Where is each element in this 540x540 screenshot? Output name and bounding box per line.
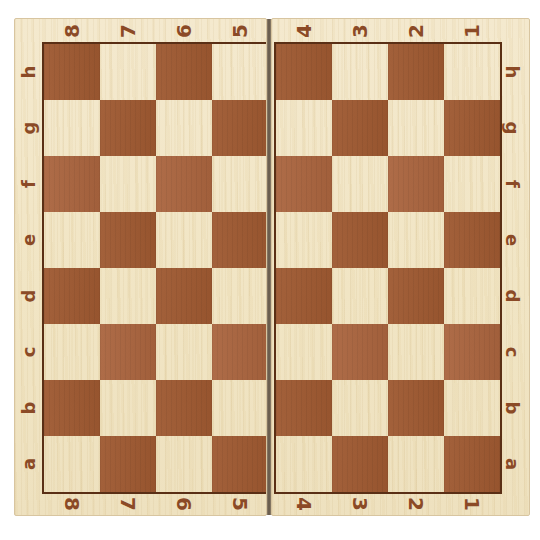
square-g6[interactable] [156, 100, 212, 156]
rank-label-bottom-5: 5 [227, 491, 253, 516]
rank-label-top-4: 4 [291, 18, 317, 44]
board-left-half-playing-field [42, 42, 267, 494]
square-f4[interactable] [276, 156, 332, 212]
file-label-right-b: b [499, 395, 525, 421]
board-right-half: 44332211hgfedcba [271, 18, 530, 516]
file-label-right-a: a [499, 451, 525, 477]
square-d4[interactable] [276, 268, 332, 324]
rank-label-top-3: 3 [347, 18, 373, 44]
square-g7[interactable] [100, 100, 156, 156]
square-a2[interactable] [388, 436, 444, 492]
file-label-left-b: b [16, 395, 42, 421]
file-label-left-a: a [16, 451, 42, 477]
square-g8[interactable] [44, 100, 100, 156]
square-e6[interactable] [156, 212, 212, 268]
square-c2[interactable] [388, 324, 444, 380]
square-b6[interactable] [156, 380, 212, 436]
rank-label-bottom-1: 1 [459, 491, 485, 516]
file-label-right-h: h [499, 59, 525, 85]
square-f1[interactable] [444, 156, 500, 212]
square-f7[interactable] [100, 156, 156, 212]
file-label-right-f: f [499, 171, 525, 197]
rank-label-top-5: 5 [227, 18, 253, 44]
square-b7[interactable] [100, 380, 156, 436]
square-h8[interactable] [44, 44, 100, 100]
rank-label-top-1: 1 [459, 18, 485, 44]
rank-label-top-8: 8 [59, 18, 85, 44]
rank-label-bottom-8: 8 [59, 491, 85, 516]
square-c1[interactable] [444, 324, 500, 380]
rank-label-bottom-6: 6 [171, 491, 197, 516]
square-a5[interactable] [212, 436, 267, 492]
file-label-left-g: g [16, 115, 42, 141]
file-label-left-c: c [16, 339, 42, 365]
rank-label-bottom-3: 3 [347, 491, 373, 516]
rank-label-top-6: 6 [171, 18, 197, 44]
square-a3[interactable] [332, 436, 388, 492]
square-b2[interactable] [388, 380, 444, 436]
square-d2[interactable] [388, 268, 444, 324]
file-label-right-c: c [499, 339, 525, 365]
square-b8[interactable] [44, 380, 100, 436]
square-a6[interactable] [156, 436, 212, 492]
file-label-right-e: e [499, 227, 525, 253]
square-h1[interactable] [444, 44, 500, 100]
square-a7[interactable] [100, 436, 156, 492]
square-c6[interactable] [156, 324, 212, 380]
square-g1[interactable] [444, 100, 500, 156]
chess-board-photo: 88776655hgfedcba44332211hgfedcba [14, 18, 530, 516]
square-b3[interactable] [332, 380, 388, 436]
square-h2[interactable] [388, 44, 444, 100]
square-h4[interactable] [276, 44, 332, 100]
square-f3[interactable] [332, 156, 388, 212]
square-h7[interactable] [100, 44, 156, 100]
rank-label-bottom-7: 7 [115, 491, 141, 516]
square-d8[interactable] [44, 268, 100, 324]
board-right-half-playing-field [274, 42, 502, 494]
square-e1[interactable] [444, 212, 500, 268]
square-e2[interactable] [388, 212, 444, 268]
rank-label-top-7: 7 [115, 18, 141, 44]
square-d5[interactable] [212, 268, 267, 324]
square-d1[interactable] [444, 268, 500, 324]
square-h5[interactable] [212, 44, 267, 100]
square-b4[interactable] [276, 380, 332, 436]
file-label-left-h: h [16, 59, 42, 85]
square-e8[interactable] [44, 212, 100, 268]
square-g3[interactable] [332, 100, 388, 156]
square-d3[interactable] [332, 268, 388, 324]
file-label-right-d: d [499, 283, 525, 309]
rank-label-bottom-4: 4 [291, 491, 317, 516]
square-c8[interactable] [44, 324, 100, 380]
square-g2[interactable] [388, 100, 444, 156]
square-e7[interactable] [100, 212, 156, 268]
square-b1[interactable] [444, 380, 500, 436]
square-g5[interactable] [212, 100, 267, 156]
square-h6[interactable] [156, 44, 212, 100]
file-label-left-d: d [16, 283, 42, 309]
square-e5[interactable] [212, 212, 267, 268]
square-g4[interactable] [276, 100, 332, 156]
square-a4[interactable] [276, 436, 332, 492]
square-h3[interactable] [332, 44, 388, 100]
file-label-left-f: f [16, 171, 42, 197]
square-c7[interactable] [100, 324, 156, 380]
square-d7[interactable] [100, 268, 156, 324]
square-f2[interactable] [388, 156, 444, 212]
square-c4[interactable] [276, 324, 332, 380]
square-e3[interactable] [332, 212, 388, 268]
square-a1[interactable] [444, 436, 500, 492]
file-label-right-g: g [499, 115, 525, 141]
file-label-left-e: e [16, 227, 42, 253]
square-d6[interactable] [156, 268, 212, 324]
square-f6[interactable] [156, 156, 212, 212]
square-b5[interactable] [212, 380, 267, 436]
square-e4[interactable] [276, 212, 332, 268]
square-a8[interactable] [44, 436, 100, 492]
rank-label-top-2: 2 [403, 18, 429, 44]
rank-label-bottom-2: 2 [403, 491, 429, 516]
square-c3[interactable] [332, 324, 388, 380]
board-left-half: 88776655hgfedcba [14, 18, 267, 516]
square-f5[interactable] [212, 156, 267, 212]
square-c5[interactable] [212, 324, 267, 380]
square-f8[interactable] [44, 156, 100, 212]
